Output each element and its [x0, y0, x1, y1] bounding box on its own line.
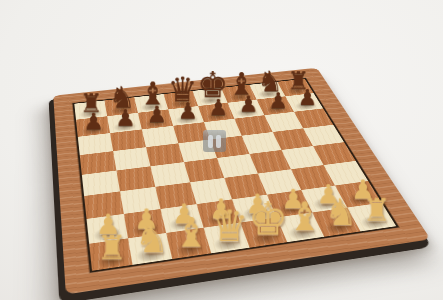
board-placer: ♜♞♝♛♚♝♞♜♟♟♟♟♟♟♟♟♟♟♟♟♟♟♟♟♜♞♝♛♚♝♞♜: [11, 19, 423, 298]
watermark-logo: [203, 130, 226, 152]
piece-cell-b5: [113, 147, 150, 170]
watermark-bar-icon: [216, 135, 221, 148]
piece-cell-h6: [294, 108, 333, 128]
chess-board: ♜♞♝♛♚♝♞♜♟♟♟♟♟♟♟♟♟♟♟♟♟♟♟♟♜♞♝♛♚♝♞♜: [53, 68, 430, 295]
chess-set-photo: ♜♞♝♛♚♝♞♜♟♟♟♟♟♟♟♟♟♟♟♟♟♟♟♟♜♞♝♛♚♝♞♜: [0, 0, 443, 300]
piece-cell-c7: ♟: [137, 109, 172, 129]
piece-black-pawn-e7: ♟: [203, 96, 234, 118]
perspective-scene: ♜♞♝♛♚♝♞♜♟♟♟♟♟♟♟♟♟♟♟♟♟♟♟♟♜♞♝♛♚♝♞♜: [11, 19, 423, 298]
piece-cell-b4: [116, 166, 155, 191]
piece-white-rook-h1: ♜: [357, 195, 395, 226]
piece-black-pawn-g7: ♟: [263, 90, 294, 112]
piece-white-bishop-c1: ♝: [171, 213, 210, 254]
piece-black-pawn-f7: ♟: [233, 93, 264, 115]
board-frame: ♜♞♝♛♚♝♞♜♟♟♟♟♟♟♟♟♟♟♟♟♟♟♟♟♜♞♝♛♚♝♞♜: [53, 68, 430, 295]
piece-black-pawn-d7: ♟: [172, 100, 203, 123]
watermark-bar-icon: [208, 135, 213, 148]
piece-cell-h4: [313, 142, 356, 165]
piece-black-pawn-h7: ♟: [292, 86, 322, 108]
piece-white-rook-a1: ♜: [91, 231, 131, 264]
piece-black-pawn-b7: ♟: [109, 106, 141, 129]
piece-cell-b6: [110, 129, 146, 151]
piece-cell-b1: ♞: [127, 233, 171, 265]
piece-white-king-e1: ♚: [247, 197, 286, 242]
piece-white-knight-g1: ♞: [321, 194, 359, 231]
piece-black-pawn-c7: ♟: [141, 103, 172, 126]
piece-white-knight-b1: ♞: [131, 220, 171, 259]
piece-cell-a6: [77, 133, 112, 155]
piece-white-queen-d1: ♛: [209, 204, 248, 247]
piece-cell-c1: ♝: [166, 228, 211, 259]
piece-white-bishop-f1: ♝: [285, 197, 323, 236]
piece-cell-a4: [81, 171, 119, 197]
piece-black-pawn-a7: ♟: [77, 110, 109, 133]
piece-cell-c5: [146, 143, 184, 166]
piece-cell-a1: ♜: [89, 238, 132, 270]
board-pieces: ♜♞♝♛♚♝♞♜♟♟♟♟♟♟♟♟♟♟♟♟♟♟♟♟♜♞♝♛♚♝♞♜: [74, 79, 396, 271]
